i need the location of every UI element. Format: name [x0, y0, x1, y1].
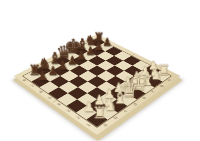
black-pawn[interactable]: ♟ — [67, 55, 77, 67]
chess-board: ♜♞♝♛♚♝♞♜♟♟♟♟♟♟♟♟♟♟♟♟♟♟♟♟♜♞♝♛♚♝♞♜ abcdefg… — [14, 34, 181, 135]
black-pawn[interactable]: ♟ — [57, 60, 68, 72]
black-pawn[interactable]: ♟ — [47, 65, 58, 77]
chess-set-photo: ♜♞♝♛♚♝♞♜♟♟♟♟♟♟♟♟♟♟♟♟♟♟♟♟♜♞♝♛♚♝♞♜ abcdefg… — [0, 0, 200, 141]
black-pawn[interactable]: ♟ — [37, 70, 48, 82]
black-pawn[interactable]: ♟ — [76, 50, 86, 61]
white-rook[interactable]: ♜ — [92, 105, 107, 121]
